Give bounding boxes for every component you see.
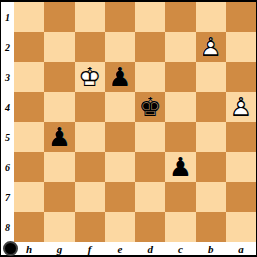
file-label-c: c [165, 242, 195, 255]
square-b1[interactable] [196, 2, 226, 32]
square-b7[interactable] [196, 182, 226, 212]
white-pawn-glyph-outline: ♙ [196, 32, 226, 62]
file-label-g: g [44, 242, 74, 255]
square-a4[interactable]: ♟♙ [226, 92, 256, 122]
square-c7[interactable] [165, 182, 195, 212]
square-h8[interactable] [14, 212, 44, 242]
file-label-e: e [105, 242, 135, 255]
square-a5[interactable] [226, 122, 256, 152]
square-f7[interactable] [75, 182, 105, 212]
rank-label-4: 4 [1, 92, 14, 122]
square-h4[interactable] [14, 92, 44, 122]
square-h3[interactable] [14, 62, 44, 92]
white-king[interactable]: ♚♔ [75, 62, 105, 92]
black-pawn[interactable]: ♙♟ [105, 62, 135, 92]
square-c6[interactable]: ♙♟ [165, 152, 195, 182]
black-pawn-glyph-outline: ♟ [165, 152, 195, 182]
black-king-glyph-outline: ♚ [135, 92, 165, 122]
square-f2[interactable] [75, 32, 105, 62]
black-to-move-indicator [3, 241, 18, 256]
file-label-f: f [75, 242, 105, 255]
file-label-h: h [14, 242, 44, 255]
square-a7[interactable] [226, 182, 256, 212]
square-d6[interactable] [135, 152, 165, 182]
square-f5[interactable] [75, 122, 105, 152]
square-h2[interactable] [14, 32, 44, 62]
square-g7[interactable] [44, 182, 74, 212]
square-b3[interactable] [196, 62, 226, 92]
square-c8[interactable] [165, 212, 195, 242]
square-b2[interactable]: ♟♙ [196, 32, 226, 62]
black-pawn[interactable]: ♙♟ [165, 152, 195, 182]
square-a2[interactable] [226, 32, 256, 62]
square-c4[interactable] [165, 92, 195, 122]
rank-label-1: 1 [1, 2, 14, 32]
square-e3[interactable]: ♙♟ [105, 62, 135, 92]
rank-label-3: 3 [1, 62, 14, 92]
square-b4[interactable] [196, 92, 226, 122]
square-e2[interactable] [105, 32, 135, 62]
square-g3[interactable] [44, 62, 74, 92]
chess-board-diagram: 1 2 3 4 5 6 7 8 ♟♙♚♔♙♟♔♚♟♙♙♟♙♟ h g f e d… [0, 0, 257, 257]
file-labels: h g f e d c b a [14, 242, 256, 255]
white-pawn[interactable]: ♟♙ [226, 92, 256, 122]
square-c1[interactable] [165, 2, 195, 32]
black-pawn-glyph-outline: ♟ [105, 62, 135, 92]
square-g4[interactable] [44, 92, 74, 122]
white-pawn-glyph-outline: ♙ [226, 92, 256, 122]
square-g6[interactable] [44, 152, 74, 182]
square-f8[interactable] [75, 212, 105, 242]
file-label-a: a [226, 242, 256, 255]
white-king-glyph-outline: ♔ [75, 62, 105, 92]
square-g1[interactable] [44, 2, 74, 32]
rank-label-2: 2 [1, 32, 14, 62]
square-d2[interactable] [135, 32, 165, 62]
square-a3[interactable] [226, 62, 256, 92]
rank-label-8: 8 [1, 212, 14, 242]
square-d4[interactable]: ♔♚ [135, 92, 165, 122]
square-d5[interactable] [135, 122, 165, 152]
rank-labels: 1 2 3 4 5 6 7 8 [1, 2, 14, 242]
square-f1[interactable] [75, 2, 105, 32]
square-a1[interactable] [226, 2, 256, 32]
black-king[interactable]: ♔♚ [135, 92, 165, 122]
square-g2[interactable] [44, 32, 74, 62]
square-b6[interactable] [196, 152, 226, 182]
square-f6[interactable] [75, 152, 105, 182]
square-c3[interactable] [165, 62, 195, 92]
square-d3[interactable] [135, 62, 165, 92]
square-f4[interactable] [75, 92, 105, 122]
square-e6[interactable] [105, 152, 135, 182]
square-c2[interactable] [165, 32, 195, 62]
square-b8[interactable] [196, 212, 226, 242]
square-h1[interactable] [14, 2, 44, 32]
square-f3[interactable]: ♚♔ [75, 62, 105, 92]
square-a8[interactable] [226, 212, 256, 242]
square-g5[interactable]: ♙♟ [44, 122, 74, 152]
square-h7[interactable] [14, 182, 44, 212]
square-e1[interactable] [105, 2, 135, 32]
rank-label-6: 6 [1, 152, 14, 182]
square-h5[interactable] [14, 122, 44, 152]
file-label-b: b [196, 242, 226, 255]
square-d7[interactable] [135, 182, 165, 212]
rank-label-7: 7 [1, 182, 14, 212]
black-pawn-glyph-outline: ♟ [44, 122, 74, 152]
square-d1[interactable] [135, 2, 165, 32]
square-c5[interactable] [165, 122, 195, 152]
white-pawn[interactable]: ♟♙ [196, 32, 226, 62]
square-h6[interactable] [14, 152, 44, 182]
square-a6[interactable] [226, 152, 256, 182]
file-label-d: d [135, 242, 165, 255]
rank-label-5: 5 [1, 122, 14, 152]
square-g8[interactable] [44, 212, 74, 242]
black-pawn[interactable]: ♙♟ [44, 122, 74, 152]
square-e7[interactable] [105, 182, 135, 212]
square-d8[interactable] [135, 212, 165, 242]
board: ♟♙♚♔♙♟♔♚♟♙♙♟♙♟ [14, 2, 256, 242]
square-b5[interactable] [196, 122, 226, 152]
square-e8[interactable] [105, 212, 135, 242]
square-e4[interactable] [105, 92, 135, 122]
square-e5[interactable] [105, 122, 135, 152]
